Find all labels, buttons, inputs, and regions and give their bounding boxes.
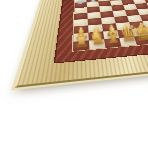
chess-board: ♜♞♝♛♚♝♞♜♟♟♟♟♟♟♟♟♟♟♟♟♟♟♟♟♜♞♝♛♚♝♞♜ — [15, 0, 148, 88]
piece-gold-king: ♚ — [132, 19, 148, 45]
piece-silver-pawn: ♟ — [74, 0, 86, 8]
square-d5 — [113, 10, 127, 17]
piece-gold-rook: ♜ — [72, 31, 89, 50]
board-grid: ♜♞♝♛♚♝♞♜♟♟♟♟♟♟♟♟♟♟♟♟♟♟♟♟♜♞♝♛♚♝♞♜ — [73, 0, 148, 51]
square-e1: ♚ — [134, 35, 148, 45]
piece-silver-pawn: ♟ — [87, 0, 99, 7]
marble-border: ♜♞♝♛♚♝♞♜♟♟♟♟♟♟♟♟♟♟♟♟♟♟♟♟♜♞♝♛♚♝♞♜ — [54, 0, 148, 64]
square-a1: ♜ — [73, 41, 89, 51]
square-b1: ♞ — [89, 39, 106, 49]
photo-canvas: ♜♞♝♛♚♝♞♜♟♟♟♟♟♟♟♟♟♟♟♟♟♟♟♟♜♞♝♛♚♝♞♜ — [0, 0, 148, 148]
square-c5 — [100, 11, 114, 18]
piece-silver-pawn: ♟ — [146, 0, 148, 3]
piece-silver-pawn: ♟ — [123, 0, 134, 4]
piece-silver-pawn: ♟ — [134, 0, 145, 4]
piece-silver-pawn: ♟ — [111, 0, 123, 5]
piece-silver-pawn: ♟ — [99, 0, 111, 6]
square-a5 — [74, 13, 87, 20]
square-d7: ♟ — [110, 0, 123, 6]
